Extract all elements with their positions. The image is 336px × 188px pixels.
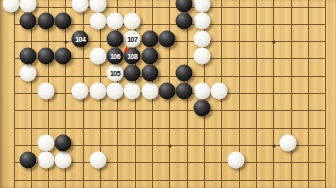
move-number-label: 105	[110, 70, 120, 77]
white-stone[interactable]: 107	[124, 30, 141, 47]
white-stone[interactable]	[54, 151, 71, 168]
black-stone[interactable]	[176, 0, 193, 13]
white-stone[interactable]	[20, 65, 37, 82]
black-stone[interactable]	[193, 99, 210, 116]
black-stone[interactable]	[54, 13, 71, 30]
white-stone[interactable]	[89, 151, 106, 168]
black-stone[interactable]	[20, 151, 37, 168]
grid-line-horizontal	[14, 76, 327, 77]
grid-line-horizontal	[14, 180, 327, 181]
black-stone[interactable]	[37, 13, 54, 30]
black-stone[interactable]	[176, 65, 193, 82]
white-stone[interactable]	[124, 82, 141, 99]
white-stone[interactable]	[106, 13, 123, 30]
white-stone[interactable]: 105	[106, 65, 123, 82]
move-number-label: 108	[127, 52, 137, 59]
star-point	[272, 40, 275, 43]
black-stone[interactable]: 104	[72, 30, 89, 47]
black-stone[interactable]: 106	[106, 47, 123, 64]
white-stone[interactable]	[193, 13, 210, 30]
white-stone[interactable]	[193, 30, 210, 47]
black-stone[interactable]	[37, 47, 54, 64]
white-stone[interactable]	[210, 82, 227, 99]
move-number-label: 106	[110, 52, 120, 59]
white-stone[interactable]	[193, 0, 210, 13]
black-stone[interactable]	[20, 47, 37, 64]
black-stone[interactable]: 108	[124, 47, 141, 64]
black-stone[interactable]	[20, 13, 37, 30]
grid-line-horizontal	[14, 7, 327, 8]
white-stone[interactable]	[20, 0, 37, 13]
white-stone[interactable]	[72, 82, 89, 99]
last-move-red-triangle-marker	[124, 46, 130, 51]
move-number-label: 104	[75, 35, 85, 42]
grid-line-horizontal	[14, 110, 327, 111]
black-stone[interactable]	[158, 82, 175, 99]
white-stone[interactable]	[37, 82, 54, 99]
star-point	[272, 144, 275, 147]
white-stone[interactable]	[89, 82, 106, 99]
white-stone[interactable]	[89, 0, 106, 13]
go-app-viewport: 107105104106108	[0, 0, 336, 188]
star-point	[64, 40, 67, 43]
black-stone[interactable]	[54, 47, 71, 64]
black-stone[interactable]	[54, 134, 71, 151]
white-stone[interactable]	[72, 0, 89, 13]
black-stone[interactable]	[124, 65, 141, 82]
white-stone[interactable]	[193, 47, 210, 64]
white-stone[interactable]	[193, 82, 210, 99]
black-stone[interactable]	[158, 30, 175, 47]
white-stone[interactable]	[228, 151, 245, 168]
white-stone[interactable]	[124, 13, 141, 30]
white-stone[interactable]	[37, 151, 54, 168]
grid-line-horizontal	[14, 128, 327, 129]
white-stone[interactable]	[89, 47, 106, 64]
star-point	[168, 144, 171, 147]
black-stone[interactable]	[141, 30, 158, 47]
black-stone[interactable]	[141, 65, 158, 82]
black-stone[interactable]	[141, 47, 158, 64]
white-stone[interactable]	[141, 82, 158, 99]
go-board[interactable]: 107105104106108	[0, 0, 336, 188]
white-stone[interactable]	[89, 13, 106, 30]
black-stone[interactable]	[176, 82, 193, 99]
white-stone[interactable]	[37, 134, 54, 151]
move-number-label: 107	[127, 35, 137, 42]
black-stone[interactable]	[106, 30, 123, 47]
white-stone[interactable]	[280, 134, 297, 151]
black-stone[interactable]	[176, 13, 193, 30]
white-stone[interactable]	[106, 82, 123, 99]
white-stone[interactable]	[3, 0, 20, 13]
